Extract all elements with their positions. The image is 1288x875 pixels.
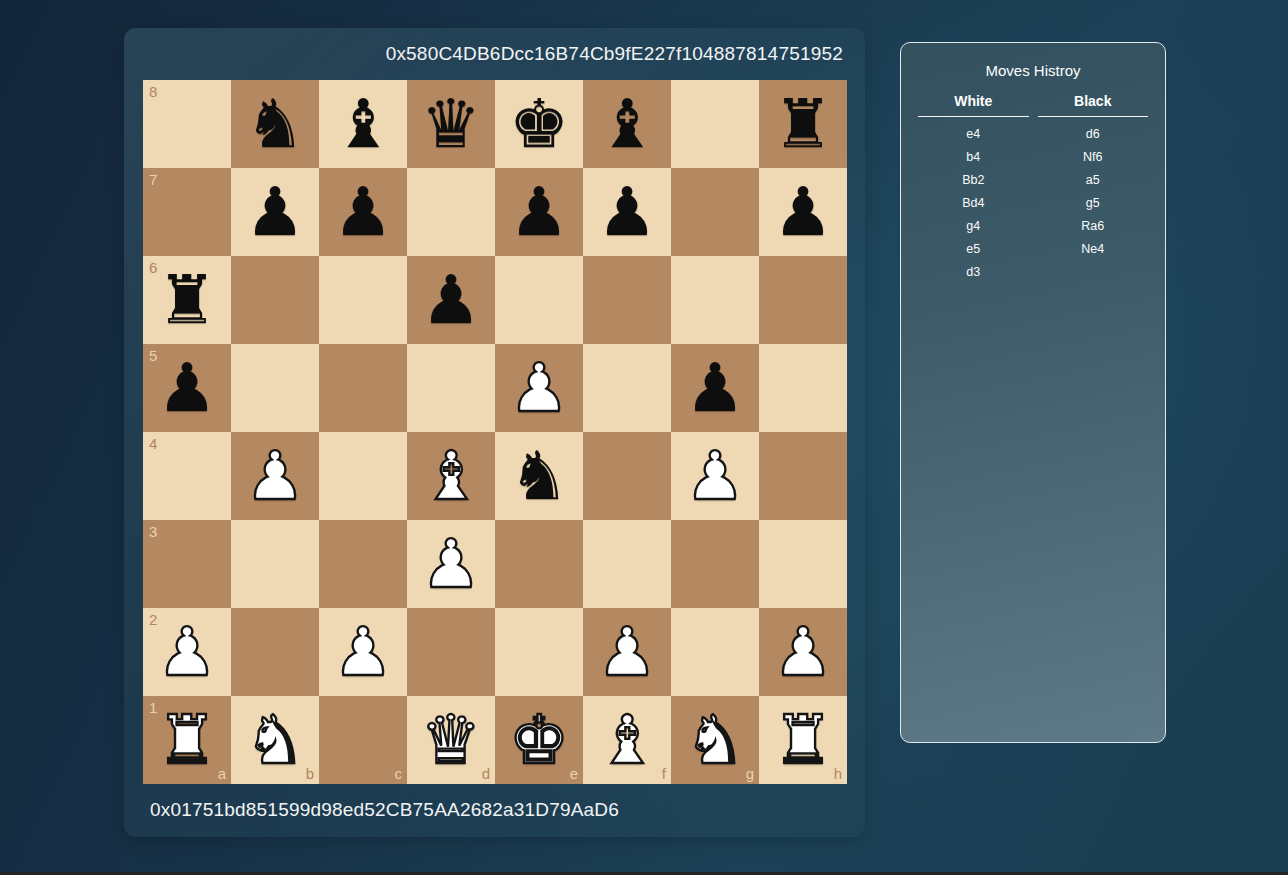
piece-black-knight: ♞ — [495, 432, 583, 520]
opponent-wallet-address: 0x580C4DB6Dcc16B74Cb9fE227f1048878147519… — [124, 28, 865, 80]
square-e8[interactable]: ♚ — [495, 80, 583, 168]
square-g7[interactable] — [671, 168, 759, 256]
rank-label-7: 7 — [149, 172, 157, 187]
move-black-7 — [1038, 260, 1149, 283]
square-c3[interactable] — [319, 520, 407, 608]
chess-board: 8♞♝♛♚♝♜7♟♟♟♟♟6♜♟5♟♟♟4♟♝♞♟3♟2♟♟♟♟1a♜b♞cd♛… — [143, 80, 847, 784]
rank-label-4: 4 — [149, 436, 157, 451]
move-black-5: Ra6 — [1038, 214, 1149, 237]
piece-white-knight: ♞ — [671, 696, 759, 784]
file-label-c: c — [395, 766, 403, 781]
square-e6[interactable] — [495, 256, 583, 344]
move-white-4: Bd4 — [918, 191, 1029, 214]
square-a5[interactable]: 5♟ — [143, 344, 231, 432]
piece-white-queen: ♛ — [407, 696, 495, 784]
piece-black-pawn: ♟ — [231, 168, 319, 256]
black-column-header: Black — [1038, 93, 1149, 117]
square-c4[interactable] — [319, 432, 407, 520]
moves-table-header: White Black — [918, 93, 1148, 117]
square-c2[interactable]: ♟ — [319, 608, 407, 696]
square-g4[interactable]: ♟ — [671, 432, 759, 520]
square-e1[interactable]: e♚ — [495, 696, 583, 784]
piece-black-king: ♚ — [495, 80, 583, 168]
square-a6[interactable]: 6♜ — [143, 256, 231, 344]
piece-white-bishop: ♝ — [583, 696, 671, 784]
square-d8[interactable]: ♛ — [407, 80, 495, 168]
move-white-2: b4 — [918, 145, 1029, 168]
piece-black-knight: ♞ — [231, 80, 319, 168]
piece-black-bishop: ♝ — [583, 80, 671, 168]
moves-history-title: Moves Histroy — [901, 62, 1165, 79]
piece-white-pawn: ♟ — [319, 608, 407, 696]
square-a3[interactable]: 3 — [143, 520, 231, 608]
square-d3[interactable]: ♟ — [407, 520, 495, 608]
square-b8[interactable]: ♞ — [231, 80, 319, 168]
square-a8[interactable]: 8 — [143, 80, 231, 168]
piece-white-pawn: ♟ — [583, 608, 671, 696]
piece-black-pawn: ♟ — [319, 168, 407, 256]
square-e7[interactable]: ♟ — [495, 168, 583, 256]
piece-black-pawn: ♟ — [407, 256, 495, 344]
piece-white-pawn: ♟ — [231, 432, 319, 520]
moves-history-panel: Moves Histroy White Black e4d6b4Nf6Bb2a5… — [900, 42, 1166, 743]
square-h2[interactable]: ♟ — [759, 608, 847, 696]
piece-black-pawn: ♟ — [759, 168, 847, 256]
square-g5[interactable]: ♟ — [671, 344, 759, 432]
board-panel: 0x580C4DB6Dcc16B74Cb9fE227f1048878147519… — [124, 28, 865, 837]
rank-label-3: 3 — [149, 524, 157, 539]
square-b2[interactable] — [231, 608, 319, 696]
app-screen: 0x580C4DB6Dcc16B74Cb9fE227f1048878147519… — [0, 0, 1288, 875]
move-white-3: Bb2 — [918, 168, 1029, 191]
square-b5[interactable] — [231, 344, 319, 432]
square-f4[interactable] — [583, 432, 671, 520]
move-black-6: Ne4 — [1038, 237, 1149, 260]
square-g3[interactable] — [671, 520, 759, 608]
square-f5[interactable] — [583, 344, 671, 432]
square-f6[interactable] — [583, 256, 671, 344]
piece-black-pawn: ♟ — [143, 344, 231, 432]
piece-white-pawn: ♟ — [407, 520, 495, 608]
square-g8[interactable] — [671, 80, 759, 168]
square-b1[interactable]: b♞ — [231, 696, 319, 784]
moves-list: e4d6b4Nf6Bb2a5Bd4g5g4Ra6e5Ne4d3 — [918, 122, 1148, 283]
square-g6[interactable] — [671, 256, 759, 344]
square-d4[interactable]: ♝ — [407, 432, 495, 520]
move-black-2: Nf6 — [1038, 145, 1149, 168]
piece-black-pawn: ♟ — [495, 168, 583, 256]
square-f1[interactable]: f♝ — [583, 696, 671, 784]
square-e3[interactable] — [495, 520, 583, 608]
piece-white-knight: ♞ — [231, 696, 319, 784]
move-white-5: g4 — [918, 214, 1029, 237]
square-e4[interactable]: ♞ — [495, 432, 583, 520]
piece-black-rook: ♜ — [759, 80, 847, 168]
square-f3[interactable] — [583, 520, 671, 608]
square-a4[interactable]: 4 — [143, 432, 231, 520]
rank-label-8: 8 — [149, 84, 157, 99]
square-h6[interactable] — [759, 256, 847, 344]
square-h3[interactable] — [759, 520, 847, 608]
move-black-1: d6 — [1038, 122, 1149, 145]
square-h4[interactable] — [759, 432, 847, 520]
piece-white-bishop: ♝ — [407, 432, 495, 520]
square-g2[interactable] — [671, 608, 759, 696]
move-white-1: e4 — [918, 122, 1029, 145]
square-f2[interactable]: ♟ — [583, 608, 671, 696]
square-c7[interactable]: ♟ — [319, 168, 407, 256]
piece-white-pawn: ♟ — [671, 432, 759, 520]
square-c1[interactable]: c — [319, 696, 407, 784]
square-h5[interactable] — [759, 344, 847, 432]
move-white-7: d3 — [918, 260, 1029, 283]
square-e5[interactable]: ♟ — [495, 344, 583, 432]
square-a2[interactable]: 2♟ — [143, 608, 231, 696]
piece-white-pawn: ♟ — [759, 608, 847, 696]
square-d2[interactable] — [407, 608, 495, 696]
square-b7[interactable]: ♟ — [231, 168, 319, 256]
square-h7[interactable]: ♟ — [759, 168, 847, 256]
square-d5[interactable] — [407, 344, 495, 432]
square-b4[interactable]: ♟ — [231, 432, 319, 520]
piece-white-rook: ♜ — [759, 696, 847, 784]
piece-white-pawn: ♟ — [495, 344, 583, 432]
square-h8[interactable]: ♜ — [759, 80, 847, 168]
square-d7[interactable] — [407, 168, 495, 256]
square-e2[interactable] — [495, 608, 583, 696]
square-h1[interactable]: h♜ — [759, 696, 847, 784]
moves-table: White Black e4d6b4Nf6Bb2a5Bd4g5g4Ra6e5Ne… — [918, 93, 1148, 283]
white-column-header: White — [918, 93, 1029, 117]
piece-black-pawn: ♟ — [671, 344, 759, 432]
square-c8[interactable]: ♝ — [319, 80, 407, 168]
move-black-4: g5 — [1038, 191, 1149, 214]
piece-black-queen: ♛ — [407, 80, 495, 168]
square-c5[interactable] — [319, 344, 407, 432]
player-wallet-address: 0x01751bd851599d98ed52CB75AA2682a31D79Aa… — [124, 784, 865, 836]
piece-black-bishop: ♝ — [319, 80, 407, 168]
piece-black-pawn: ♟ — [583, 168, 671, 256]
piece-white-king: ♚ — [495, 696, 583, 784]
square-c6[interactable] — [319, 256, 407, 344]
square-a7[interactable]: 7 — [143, 168, 231, 256]
square-f7[interactable]: ♟ — [583, 168, 671, 256]
square-f8[interactable]: ♝ — [583, 80, 671, 168]
square-d1[interactable]: d♛ — [407, 696, 495, 784]
square-a1[interactable]: 1a♜ — [143, 696, 231, 784]
square-b3[interactable] — [231, 520, 319, 608]
piece-white-rook: ♜ — [143, 696, 231, 784]
square-d6[interactable]: ♟ — [407, 256, 495, 344]
move-black-3: a5 — [1038, 168, 1149, 191]
square-b6[interactable] — [231, 256, 319, 344]
piece-black-rook: ♜ — [143, 256, 231, 344]
square-g1[interactable]: g♞ — [671, 696, 759, 784]
move-white-6: e5 — [918, 237, 1029, 260]
piece-white-pawn: ♟ — [143, 608, 231, 696]
